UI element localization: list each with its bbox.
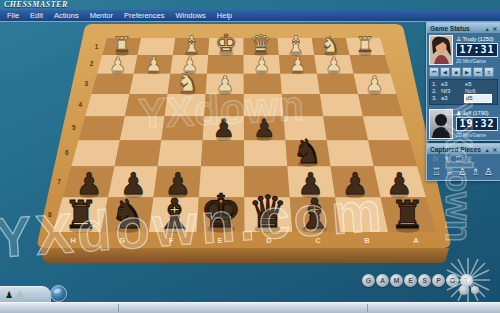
black-pawn-icon: ♟ (5, 290, 13, 300)
status-bar (0, 302, 500, 313)
player-black-clock: 19:32 (456, 117, 498, 131)
square-f4[interactable] (165, 94, 206, 116)
captured-piece-icon: ♕ (445, 166, 454, 177)
move-row: 1.e3e5 (432, 81, 495, 88)
piece-wP-c2[interactable]: ♟ (289, 53, 306, 76)
square-h5[interactable] (79, 116, 125, 140)
move-nav-button-2[interactable]: ■ (451, 67, 461, 77)
file-label-h: H (70, 236, 75, 245)
player-white-name: ♙Trudy (1250) (456, 35, 498, 42)
piece-bN-c6[interactable]: ♞ (293, 132, 323, 171)
black-move[interactable]: e5 (465, 81, 489, 88)
white-move[interactable]: e3 (441, 81, 465, 88)
captured-piece-icon: ♗ (471, 166, 480, 177)
captured-row-major: ♖♕♙♗♙ (427, 165, 500, 180)
player-white-tempo: 20 Min/Game (456, 58, 498, 64)
player-white-avatar (429, 35, 453, 65)
close-icon[interactable]: ✕ (492, 26, 497, 32)
player-white-block: ♙Trudy (1250) 17:31 20 Min/Game (427, 33, 500, 66)
piece-wP-b2[interactable]: ♟ (325, 53, 342, 76)
game-status-title: Game Status (430, 25, 470, 32)
pieces-tray-tab[interactable]: ♟ ♙ (0, 286, 51, 303)
globe-button[interactable] (50, 285, 67, 302)
square-a4[interactable] (358, 94, 402, 116)
gamespot-dot (459, 285, 469, 295)
piece-bR-a8[interactable]: ♜ (390, 192, 425, 237)
captured-header-icons: ▴ ✕ (484, 146, 497, 153)
square-g4[interactable] (125, 94, 168, 116)
gamespot-letter: A (376, 274, 389, 287)
captured-pieces-panel: Captured Pieces ▴ ✕ ♘♗♖♕ ♖♕♙♗♙ (426, 143, 500, 181)
game-status-header: Game Status ▴ ✕ (427, 23, 500, 33)
move-nav-button-5[interactable]: ≡ (484, 67, 494, 77)
white-pawn-icon: ♙ (16, 290, 24, 300)
rank-label-2: 2 (90, 60, 94, 67)
square-d6[interactable] (244, 140, 287, 166)
piece-wP-d2[interactable]: ♟ (253, 53, 270, 76)
square-c4[interactable] (282, 94, 323, 116)
menu-item-file[interactable]: File (7, 11, 19, 20)
captured-piece-icon: ♘ (432, 155, 439, 164)
piece-bP-b7[interactable]: ♟ (342, 166, 369, 201)
player-black-block: ♟Jeff (1790) 19:32 20 Min/Game (427, 107, 500, 140)
move-navigation-toolbar: ⏮◀■▶⏭≡ (427, 66, 500, 78)
square-e6[interactable] (201, 140, 244, 166)
gamespot-letter: G (362, 274, 375, 287)
move-list[interactable]: 1.e3e52.Nf3Nc63.a3d5 (429, 79, 498, 105)
close-icon[interactable]: ✕ (492, 147, 497, 153)
file-label-g: G (119, 236, 125, 245)
square-a5[interactable] (363, 116, 410, 140)
black-move[interactable]: d5 (465, 95, 491, 102)
move-number[interactable]: 1. (432, 81, 441, 88)
captured-piece-icon: ♖ (432, 166, 441, 177)
piece-bP-d5[interactable]: ♟ (253, 114, 276, 143)
menu-item-preferences[interactable]: Preferences (124, 11, 164, 20)
rank-label-6: 6 (65, 149, 69, 156)
menu-bar: FileEditActionsMentorPreferencesWindowsH… (0, 10, 500, 22)
move-row: 3.a3d5 (432, 95, 495, 102)
rank-label-3: 3 (84, 80, 88, 87)
piece-bB-f8[interactable]: ♝ (156, 190, 193, 238)
captured-piece-icon: ♕ (466, 155, 473, 164)
gamespot-letter: M (390, 274, 403, 287)
move-nav-button-4[interactable]: ⏭ (473, 67, 483, 77)
black-side-icon: ♟ (456, 110, 461, 116)
menu-item-actions[interactable]: Actions (54, 11, 79, 20)
rank-label-1: 1 (95, 43, 99, 50)
chessmaster-logo: CHESSMASTER (4, 0, 68, 10)
captured-pieces-header: Captured Pieces ▴ ✕ (427, 144, 500, 154)
move-number[interactable]: 2. (432, 88, 441, 95)
square-f6[interactable] (158, 140, 203, 166)
piece-bK-e8[interactable]: ♚ (200, 184, 241, 238)
player-white-clock: 17:31 (456, 43, 498, 57)
captured-pieces-title: Captured Pieces (430, 146, 481, 153)
gamespot-dot (471, 286, 479, 294)
piece-bN-g8[interactable]: ♞ (110, 191, 146, 237)
gamespot-logo: GAMESPOT (362, 274, 473, 287)
square-b5[interactable] (323, 116, 368, 140)
game-status-header-icons: ▴ ✕ (484, 25, 497, 32)
collapse-icon[interactable]: ▴ (486, 26, 489, 32)
piece-wP-g2[interactable]: ♟ (145, 53, 162, 76)
piece-wP-a3[interactable]: ♟ (365, 71, 384, 96)
rank-label-5: 5 (72, 124, 76, 131)
square-a6[interactable] (368, 140, 417, 166)
move-nav-button-1[interactable]: ◀ (440, 67, 450, 77)
move-row: 2.Nf3Nc6 (432, 88, 495, 95)
collapse-icon[interactable]: ▴ (486, 147, 489, 153)
square-b3[interactable] (317, 74, 358, 94)
white-move[interactable]: Nf3 (441, 88, 465, 95)
black-move[interactable]: Nc6 (465, 88, 489, 95)
menu-item-mentor[interactable]: Mentor (90, 11, 113, 20)
square-g6[interactable] (115, 140, 162, 166)
white-move[interactable]: a3 (441, 95, 465, 102)
game-status-panel: Game Status ▴ ✕ ♙Trudy (1250) (426, 22, 500, 141)
square-h6[interactable] (71, 140, 120, 166)
sidebar: Game Status ▴ ✕ ♙Trudy (1250) (426, 22, 500, 181)
square-g3[interactable] (129, 74, 170, 94)
file-label-b: B (364, 236, 370, 245)
menu-item-windows[interactable]: Windows (175, 11, 205, 20)
white-side-icon: ♙ (456, 36, 461, 42)
move-number[interactable]: 3. (432, 95, 441, 102)
rank-label-7: 7 (57, 178, 61, 185)
captured-row-minor: ♘♗♖♕ (427, 154, 500, 165)
menu-item-edit[interactable]: Edit (30, 11, 43, 20)
square-d3[interactable] (244, 74, 282, 94)
square-b4[interactable] (320, 94, 363, 116)
player-black-name: ♟Jeff (1790) (456, 109, 498, 116)
rank-label-4: 4 (79, 101, 83, 108)
square-h3[interactable] (91, 74, 133, 94)
piece-wK-e1[interactable]: ♚ (215, 29, 238, 58)
piece-wN-f3[interactable]: ♞ (176, 67, 199, 97)
square-e4[interactable] (204, 94, 244, 116)
chess-board[interactable]: HGFEDCBA12345678♜♞♝♛♚♝♜♟♟♟♟♟♟♟♟♞♟♟♞♟♟♟♟♟… (0, 0, 500, 313)
piece-bP-e5[interactable]: ♟ (212, 114, 235, 143)
square-c3[interactable] (280, 74, 320, 94)
captured-piece-icon: ♖ (454, 155, 461, 164)
player-black-tempo: 20 Min/Game (456, 132, 498, 138)
move-nav-button-0[interactable]: ⏮ (429, 67, 439, 77)
gamespot-letter: O (446, 274, 459, 287)
piece-wP-e3[interactable]: ♟ (216, 71, 235, 96)
square-b6[interactable] (327, 140, 374, 166)
rank-label-8: 8 (48, 211, 52, 218)
square-f5[interactable] (161, 116, 204, 140)
square-d4[interactable] (244, 94, 284, 116)
square-b8[interactable] (335, 197, 388, 232)
captured-piece-icon: ♙ (484, 166, 493, 177)
move-nav-button-3[interactable]: ▶ (462, 67, 472, 77)
square-h4[interactable] (85, 94, 129, 116)
piece-wR-a1[interactable]: ♜ (356, 32, 375, 57)
menu-item-help[interactable]: Help (217, 11, 232, 20)
piece-wP-h2[interactable]: ♟ (109, 53, 126, 76)
captured-piece-icon: ♗ (443, 155, 450, 164)
player-black-avatar (429, 109, 453, 139)
piece-bB-c8[interactable]: ♝ (296, 190, 333, 238)
gamespot-letter: P (432, 274, 445, 287)
captured-piece-icon: ♙ (458, 166, 467, 177)
gamespot-letter: S (418, 274, 431, 287)
piece-bQ-d8[interactable]: ♛ (248, 186, 288, 237)
square-g5[interactable] (120, 116, 165, 140)
gamespot-letter: E (404, 274, 417, 287)
board-frame-front (40, 248, 449, 263)
piece-bR-h8[interactable]: ♜ (64, 192, 99, 237)
file-label-a: A (413, 236, 419, 245)
